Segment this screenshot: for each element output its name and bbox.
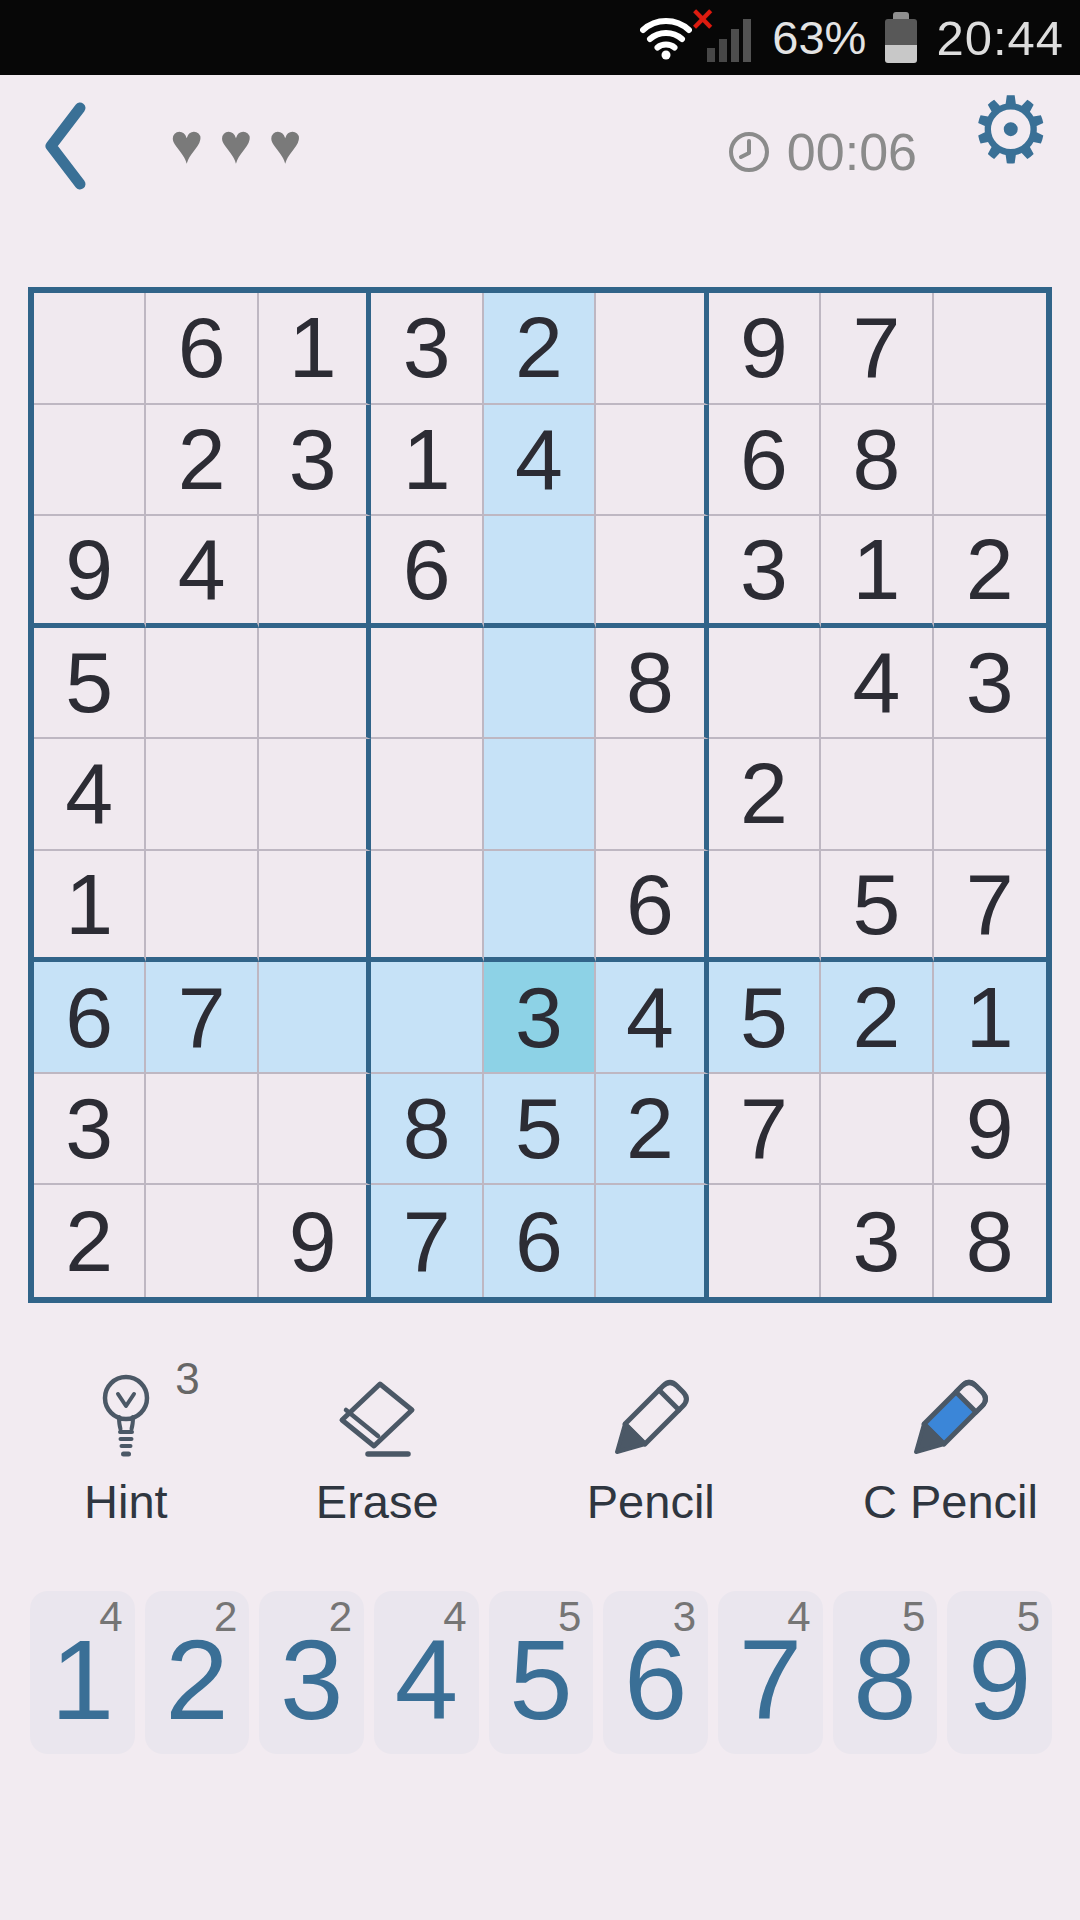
cell-r4c2[interactable] bbox=[146, 628, 258, 740]
cell-r6c1[interactable]: 1 bbox=[34, 851, 146, 963]
cell-r7c4[interactable] bbox=[371, 962, 483, 1074]
cell-r8c6[interactable]: 2 bbox=[596, 1074, 708, 1186]
numpad-key-5[interactable]: 55 bbox=[489, 1591, 594, 1754]
cell-r2c7[interactable]: 6 bbox=[709, 405, 821, 517]
cell-r7c2[interactable]: 7 bbox=[146, 962, 258, 1074]
cell-r5c5[interactable] bbox=[484, 739, 596, 851]
toolbar: 3 Hint Erase Pencil bbox=[0, 1366, 1080, 1529]
numpad-key-remaining-count: 4 bbox=[787, 1593, 810, 1641]
cell-r5c7[interactable]: 2 bbox=[709, 739, 821, 851]
cell-r1c5[interactable]: 2 bbox=[484, 293, 596, 405]
hint-count-badge: 3 bbox=[175, 1354, 199, 1404]
numpad-key-remaining-count: 2 bbox=[214, 1593, 237, 1641]
cell-r3c3[interactable] bbox=[259, 516, 371, 628]
cell-r6c4[interactable] bbox=[371, 851, 483, 963]
erase-label: Erase bbox=[316, 1474, 439, 1529]
cell-r4c3[interactable] bbox=[259, 628, 371, 740]
cell-r7c7[interactable]: 5 bbox=[709, 962, 821, 1074]
numpad-key-1[interactable]: 14 bbox=[30, 1591, 135, 1754]
battery-percent: 63% bbox=[772, 10, 866, 65]
numpad-key-4[interactable]: 44 bbox=[374, 1591, 479, 1754]
cell-r7c9[interactable]: 1 bbox=[934, 962, 1046, 1074]
cell-r3c2[interactable]: 4 bbox=[146, 516, 258, 628]
numpad-key-2[interactable]: 22 bbox=[145, 1591, 250, 1754]
numpad-key-9[interactable]: 95 bbox=[947, 1591, 1052, 1754]
cell-r2c2[interactable]: 2 bbox=[146, 405, 258, 517]
battery-icon bbox=[885, 12, 917, 63]
cell-r8c3[interactable] bbox=[259, 1074, 371, 1186]
cell-r2c5[interactable]: 4 bbox=[484, 405, 596, 517]
timer-value: 00:06 bbox=[787, 122, 917, 182]
cell-r9c6[interactable] bbox=[596, 1185, 708, 1297]
cell-r1c4[interactable]: 3 bbox=[371, 293, 483, 405]
cell-r9c3[interactable]: 9 bbox=[259, 1185, 371, 1297]
cell-r1c2[interactable]: 6 bbox=[146, 293, 258, 405]
cellular-signal-icon: × bbox=[707, 14, 753, 62]
cell-r6c2[interactable] bbox=[146, 851, 258, 963]
cell-r1c7[interactable]: 9 bbox=[709, 293, 821, 405]
cell-r4c9[interactable]: 3 bbox=[934, 628, 1046, 740]
cell-r4c8[interactable]: 4 bbox=[821, 628, 933, 740]
cell-r1c6[interactable] bbox=[596, 293, 708, 405]
cell-r9c2[interactable] bbox=[146, 1185, 258, 1297]
cell-r9c9[interactable]: 8 bbox=[934, 1185, 1046, 1297]
cell-r8c8[interactable] bbox=[821, 1074, 933, 1186]
cell-r3c8[interactable]: 1 bbox=[821, 516, 933, 628]
cell-r2c4[interactable]: 1 bbox=[371, 405, 483, 517]
number-pad: 142232445563748595 bbox=[30, 1591, 1052, 1754]
clock-icon bbox=[726, 129, 772, 175]
cell-r4c7[interactable] bbox=[709, 628, 821, 740]
cell-r3c6[interactable] bbox=[596, 516, 708, 628]
erase-button[interactable]: Erase bbox=[316, 1366, 439, 1529]
cell-r9c7[interactable] bbox=[709, 1185, 821, 1297]
cell-r8c4[interactable]: 8 bbox=[371, 1074, 483, 1186]
lives-hearts: ♥♥♥ bbox=[170, 116, 302, 172]
cell-r5c6[interactable] bbox=[596, 739, 708, 851]
numpad-key-3[interactable]: 32 bbox=[259, 1591, 364, 1754]
cell-r4c5[interactable] bbox=[484, 628, 596, 740]
cell-r1c9[interactable] bbox=[934, 293, 1046, 405]
cell-r8c7[interactable]: 7 bbox=[709, 1074, 821, 1186]
back-button[interactable] bbox=[38, 100, 90, 192]
numpad-key-remaining-count: 2 bbox=[329, 1593, 352, 1641]
numpad-key-7[interactable]: 74 bbox=[718, 1591, 823, 1754]
cell-r5c9[interactable] bbox=[934, 739, 1046, 851]
heart-icon: ♥ bbox=[269, 116, 302, 172]
cell-r7c8[interactable]: 2 bbox=[821, 962, 933, 1074]
pencil-label: Pencil bbox=[587, 1474, 715, 1529]
sudoku-board: 6132972314689463125843421657673452138527… bbox=[28, 287, 1052, 1303]
cell-r5c4[interactable] bbox=[371, 739, 483, 851]
cell-r3c1[interactable]: 9 bbox=[34, 516, 146, 628]
cell-r2c3[interactable]: 3 bbox=[259, 405, 371, 517]
cell-r3c4[interactable]: 6 bbox=[371, 516, 483, 628]
status-bar: × 63% 20:44 bbox=[0, 0, 1080, 75]
cell-r6c8[interactable]: 5 bbox=[821, 851, 933, 963]
cell-r8c1[interactable]: 3 bbox=[34, 1074, 146, 1186]
cell-r8c5[interactable]: 5 bbox=[484, 1074, 596, 1186]
numpad-key-8[interactable]: 85 bbox=[833, 1591, 938, 1754]
cell-r9c4[interactable]: 7 bbox=[371, 1185, 483, 1297]
cell-r7c3[interactable] bbox=[259, 962, 371, 1074]
color-pencil-icon bbox=[902, 1370, 998, 1466]
status-time: 20:44 bbox=[936, 10, 1064, 66]
cell-r2c8[interactable]: 8 bbox=[821, 405, 933, 517]
cell-r8c2[interactable] bbox=[146, 1074, 258, 1186]
cell-r5c8[interactable] bbox=[821, 739, 933, 851]
numpad-key-remaining-count: 5 bbox=[902, 1593, 925, 1641]
pencil-icon bbox=[603, 1370, 699, 1466]
numpad-key-6[interactable]: 63 bbox=[603, 1591, 708, 1754]
hint-button[interactable]: 3 Hint bbox=[84, 1366, 168, 1529]
pencil-button[interactable]: Pencil bbox=[587, 1366, 715, 1529]
cell-r5c1[interactable]: 4 bbox=[34, 739, 146, 851]
numpad-key-remaining-count: 5 bbox=[1017, 1593, 1040, 1641]
cell-r7c5[interactable]: 3 bbox=[484, 962, 596, 1074]
cell-r4c1[interactable]: 5 bbox=[34, 628, 146, 740]
hint-bulb-icon bbox=[90, 1368, 162, 1466]
heart-icon: ♥ bbox=[170, 116, 203, 172]
cell-r3c5[interactable] bbox=[484, 516, 596, 628]
heart-icon: ♥ bbox=[219, 116, 252, 172]
cell-r5c3[interactable] bbox=[259, 739, 371, 851]
cell-r2c9[interactable] bbox=[934, 405, 1046, 517]
cell-r3c9[interactable]: 2 bbox=[934, 516, 1046, 628]
hint-label: Hint bbox=[84, 1474, 168, 1529]
numpad-key-remaining-count: 5 bbox=[558, 1593, 581, 1641]
color-pencil-button[interactable]: C Pencil bbox=[863, 1366, 1038, 1529]
cell-r7c1[interactable]: 6 bbox=[34, 962, 146, 1074]
cell-r3c7[interactable]: 3 bbox=[709, 516, 821, 628]
settings-button[interactable]: ⚙ bbox=[970, 84, 1052, 176]
eraser-icon bbox=[328, 1376, 426, 1466]
no-signal-x-icon: × bbox=[691, 0, 713, 38]
cell-r6c5[interactable] bbox=[484, 851, 596, 963]
cell-r9c1[interactable]: 2 bbox=[34, 1185, 146, 1297]
cell-r2c1[interactable] bbox=[34, 405, 146, 517]
wifi-icon bbox=[640, 16, 692, 60]
cell-r6c3[interactable] bbox=[259, 851, 371, 963]
cell-r6c7[interactable] bbox=[709, 851, 821, 963]
timer: 00:06 bbox=[726, 122, 917, 182]
cell-r2c6[interactable] bbox=[596, 405, 708, 517]
numpad-key-remaining-count: 4 bbox=[99, 1593, 122, 1641]
cell-r1c1[interactable] bbox=[34, 293, 146, 405]
cell-r7c6[interactable]: 4 bbox=[596, 962, 708, 1074]
cell-r1c3[interactable]: 1 bbox=[259, 293, 371, 405]
cell-r5c2[interactable] bbox=[146, 739, 258, 851]
cell-r8c9[interactable]: 9 bbox=[934, 1074, 1046, 1186]
cell-r6c6[interactable]: 6 bbox=[596, 851, 708, 963]
color-pencil-label: C Pencil bbox=[863, 1474, 1038, 1529]
numpad-key-remaining-count: 4 bbox=[443, 1593, 466, 1641]
cell-r4c4[interactable] bbox=[371, 628, 483, 740]
cell-r1c8[interactable]: 7 bbox=[821, 293, 933, 405]
cell-r6c9[interactable]: 7 bbox=[934, 851, 1046, 963]
cell-r9c8[interactable]: 3 bbox=[821, 1185, 933, 1297]
cell-r4c6[interactable]: 8 bbox=[596, 628, 708, 740]
numpad-key-remaining-count: 3 bbox=[673, 1593, 696, 1641]
cell-r9c5[interactable]: 6 bbox=[484, 1185, 596, 1297]
